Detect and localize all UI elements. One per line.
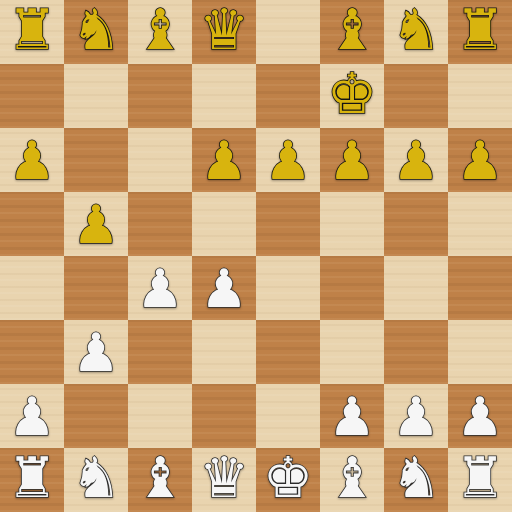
square-g8[interactable]: ♞ xyxy=(384,0,448,64)
square-b3[interactable]: ♟ xyxy=(64,320,128,384)
square-a5[interactable] xyxy=(0,192,64,256)
square-h2[interactable]: ♟ xyxy=(448,384,512,448)
square-f8[interactable]: ♝ xyxy=(320,0,384,64)
square-h7[interactable] xyxy=(448,64,512,128)
black-pawn[interactable]: ♟ xyxy=(200,134,248,187)
white-knight[interactable]: ♞ xyxy=(391,450,441,506)
black-pawn[interactable]: ♟ xyxy=(8,134,56,187)
square-a2[interactable]: ♟ xyxy=(0,384,64,448)
square-c4[interactable]: ♟ xyxy=(128,256,192,320)
chess-board[interactable]: ♜♞♝♛♝♞♜♚♟♟♟♟♟♟♟♟♟♟♟♟♟♟♜♞♝♛♚♝♞♜ xyxy=(0,0,512,512)
white-pawn[interactable]: ♟ xyxy=(392,390,440,443)
square-f7[interactable]: ♚ xyxy=(320,64,384,128)
square-c6[interactable] xyxy=(128,128,192,192)
square-b5[interactable]: ♟ xyxy=(64,192,128,256)
square-e6[interactable]: ♟ xyxy=(256,128,320,192)
square-f5[interactable] xyxy=(320,192,384,256)
square-h8[interactable]: ♜ xyxy=(448,0,512,64)
black-knight[interactable]: ♞ xyxy=(71,2,121,58)
square-e5[interactable] xyxy=(256,192,320,256)
square-e7[interactable] xyxy=(256,64,320,128)
square-f6[interactable]: ♟ xyxy=(320,128,384,192)
black-king[interactable]: ♚ xyxy=(327,66,377,122)
square-c7[interactable] xyxy=(128,64,192,128)
square-d1[interactable]: ♛ xyxy=(192,448,256,512)
square-b2[interactable] xyxy=(64,384,128,448)
square-h3[interactable] xyxy=(448,320,512,384)
square-b4[interactable] xyxy=(64,256,128,320)
square-d2[interactable] xyxy=(192,384,256,448)
white-pawn[interactable]: ♟ xyxy=(200,262,248,315)
white-rook[interactable]: ♜ xyxy=(7,450,57,506)
white-rook[interactable]: ♜ xyxy=(455,450,505,506)
square-h1[interactable]: ♜ xyxy=(448,448,512,512)
square-g4[interactable] xyxy=(384,256,448,320)
white-queen[interactable]: ♛ xyxy=(199,450,249,506)
square-g6[interactable]: ♟ xyxy=(384,128,448,192)
square-d4[interactable]: ♟ xyxy=(192,256,256,320)
square-d3[interactable] xyxy=(192,320,256,384)
square-d7[interactable] xyxy=(192,64,256,128)
square-d5[interactable] xyxy=(192,192,256,256)
square-g1[interactable]: ♞ xyxy=(384,448,448,512)
black-knight[interactable]: ♞ xyxy=(391,2,441,58)
white-pawn[interactable]: ♟ xyxy=(136,262,184,315)
white-bishop[interactable]: ♝ xyxy=(135,450,185,506)
black-pawn[interactable]: ♟ xyxy=(392,134,440,187)
square-e8[interactable] xyxy=(256,0,320,64)
black-pawn[interactable]: ♟ xyxy=(264,134,312,187)
square-d6[interactable]: ♟ xyxy=(192,128,256,192)
black-bishop[interactable]: ♝ xyxy=(135,2,185,58)
white-bishop[interactable]: ♝ xyxy=(327,450,377,506)
square-h6[interactable]: ♟ xyxy=(448,128,512,192)
square-a6[interactable]: ♟ xyxy=(0,128,64,192)
square-f2[interactable]: ♟ xyxy=(320,384,384,448)
square-e2[interactable] xyxy=(256,384,320,448)
square-f1[interactable]: ♝ xyxy=(320,448,384,512)
square-a8[interactable]: ♜ xyxy=(0,0,64,64)
black-bishop[interactable]: ♝ xyxy=(327,2,377,58)
square-e4[interactable] xyxy=(256,256,320,320)
square-b1[interactable]: ♞ xyxy=(64,448,128,512)
square-b6[interactable] xyxy=(64,128,128,192)
white-pawn[interactable]: ♟ xyxy=(72,326,120,379)
square-b7[interactable] xyxy=(64,64,128,128)
square-h4[interactable] xyxy=(448,256,512,320)
white-king[interactable]: ♚ xyxy=(263,450,313,506)
square-g5[interactable] xyxy=(384,192,448,256)
square-e1[interactable]: ♚ xyxy=(256,448,320,512)
square-a1[interactable]: ♜ xyxy=(0,448,64,512)
square-c2[interactable] xyxy=(128,384,192,448)
black-pawn[interactable]: ♟ xyxy=(328,134,376,187)
square-c5[interactable] xyxy=(128,192,192,256)
square-g7[interactable] xyxy=(384,64,448,128)
black-pawn[interactable]: ♟ xyxy=(72,198,120,251)
square-a4[interactable] xyxy=(0,256,64,320)
white-pawn[interactable]: ♟ xyxy=(328,390,376,443)
white-pawn[interactable]: ♟ xyxy=(8,390,56,443)
square-b8[interactable]: ♞ xyxy=(64,0,128,64)
white-knight[interactable]: ♞ xyxy=(71,450,121,506)
square-c3[interactable] xyxy=(128,320,192,384)
square-e3[interactable] xyxy=(256,320,320,384)
square-h5[interactable] xyxy=(448,192,512,256)
square-a3[interactable] xyxy=(0,320,64,384)
square-c1[interactable]: ♝ xyxy=(128,448,192,512)
black-rook[interactable]: ♜ xyxy=(455,2,505,58)
square-f3[interactable] xyxy=(320,320,384,384)
square-g3[interactable] xyxy=(384,320,448,384)
white-pawn[interactable]: ♟ xyxy=(456,390,504,443)
square-a7[interactable] xyxy=(0,64,64,128)
black-rook[interactable]: ♜ xyxy=(7,2,57,58)
square-f4[interactable] xyxy=(320,256,384,320)
square-d8[interactable]: ♛ xyxy=(192,0,256,64)
black-queen[interactable]: ♛ xyxy=(199,2,249,58)
square-g2[interactable]: ♟ xyxy=(384,384,448,448)
square-c8[interactable]: ♝ xyxy=(128,0,192,64)
black-pawn[interactable]: ♟ xyxy=(456,134,504,187)
